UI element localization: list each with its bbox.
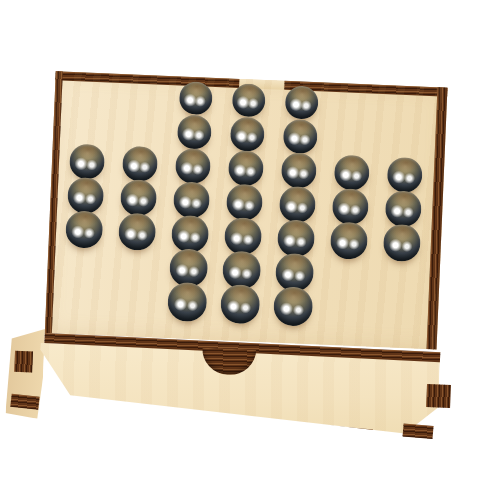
board-cell[interactable] — [168, 80, 222, 116]
board-cell[interactable] — [376, 191, 430, 227]
marble[interactable] — [284, 85, 318, 119]
marble[interactable] — [225, 184, 262, 221]
board-cell[interactable] — [274, 84, 328, 120]
marble[interactable] — [219, 284, 260, 325]
board-void — [114, 112, 168, 148]
marble[interactable] — [276, 219, 315, 258]
marble[interactable] — [117, 213, 156, 252]
solitaire-board — [54, 76, 435, 329]
marble[interactable] — [231, 83, 265, 117]
marble[interactable] — [64, 210, 103, 249]
board-cell[interactable] — [270, 186, 324, 222]
box-lid — [45, 71, 448, 349]
board-cell[interactable] — [374, 225, 428, 261]
marble[interactable] — [227, 150, 263, 186]
board-cell[interactable] — [59, 144, 113, 180]
board-cell[interactable] — [57, 211, 111, 247]
board-void — [54, 279, 108, 315]
box-base-edge — [73, 402, 373, 440]
solitaire-box — [10, 66, 466, 468]
board-void — [108, 248, 162, 284]
board-void — [320, 257, 374, 293]
joint-tab-left-upper — [14, 351, 33, 373]
board-cell[interactable] — [273, 118, 327, 154]
joint-tab-right-upper — [426, 384, 451, 408]
marble[interactable] — [282, 119, 317, 154]
marble[interactable] — [176, 114, 211, 149]
marble[interactable] — [119, 179, 156, 216]
board-cell[interactable] — [323, 189, 377, 225]
marble[interactable] — [382, 224, 421, 263]
board-void — [379, 123, 433, 159]
marble[interactable] — [331, 188, 368, 225]
board-cell[interactable] — [164, 182, 218, 218]
board-cell[interactable] — [321, 223, 375, 259]
board-void — [326, 121, 380, 157]
board-void — [115, 78, 169, 114]
board-cell[interactable] — [267, 254, 321, 290]
marble[interactable] — [223, 217, 262, 256]
marble[interactable] — [166, 282, 207, 323]
board-cell[interactable] — [112, 146, 166, 182]
board-void — [373, 259, 427, 295]
product-photo — [0, 0, 500, 500]
board-cell[interactable] — [220, 116, 274, 152]
board-cell[interactable] — [265, 288, 319, 324]
marble[interactable] — [174, 148, 210, 184]
board-cell[interactable] — [213, 286, 267, 322]
board-cell[interactable] — [217, 184, 271, 220]
board-cell[interactable] — [109, 214, 163, 250]
marble[interactable] — [384, 190, 421, 227]
board-void — [318, 291, 372, 327]
board-void — [380, 89, 434, 125]
marble[interactable] — [68, 143, 104, 179]
marble[interactable] — [170, 215, 209, 254]
marble[interactable] — [386, 157, 422, 193]
marble[interactable] — [172, 181, 209, 218]
board-cell[interactable] — [271, 152, 325, 188]
marble[interactable] — [229, 117, 264, 152]
marble[interactable] — [278, 186, 315, 223]
joint-tab-right-lower — [403, 423, 434, 439]
board-void — [62, 76, 116, 112]
board-void — [371, 293, 425, 329]
board-cell[interactable] — [268, 220, 322, 256]
board-cell[interactable] — [58, 177, 112, 213]
board-void — [327, 87, 381, 123]
board-cell[interactable] — [160, 284, 214, 320]
marble[interactable] — [272, 286, 313, 327]
marble[interactable] — [280, 152, 316, 188]
board-cell[interactable] — [111, 180, 165, 216]
marble[interactable] — [333, 154, 369, 190]
board-cell[interactable] — [215, 218, 269, 254]
board-cell[interactable] — [214, 252, 268, 288]
board-cell[interactable] — [161, 250, 215, 286]
marble[interactable] — [121, 146, 157, 182]
board-cell[interactable] — [218, 150, 272, 186]
board-void — [107, 282, 161, 318]
board-cell[interactable] — [324, 155, 378, 191]
marble[interactable] — [329, 221, 368, 260]
board-cell[interactable] — [377, 157, 431, 193]
board-void — [61, 110, 115, 146]
board-cell[interactable] — [165, 148, 219, 184]
board-cell[interactable] — [162, 216, 216, 252]
board-cell[interactable] — [167, 114, 221, 150]
marble[interactable] — [178, 81, 212, 115]
board-cell[interactable] — [221, 82, 275, 118]
marble[interactable] — [66, 177, 103, 214]
board-void — [55, 245, 109, 281]
